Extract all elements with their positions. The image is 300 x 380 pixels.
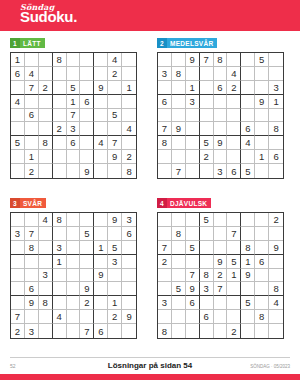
p3-cell-r2c5 bbox=[67, 227, 81, 241]
p2-cell-r1c2 bbox=[172, 53, 186, 67]
p1-cell-r6c4: 2 bbox=[53, 122, 67, 136]
sudoku-board-4: 5287758929516782195937836546882 bbox=[157, 212, 284, 339]
p1-cell-r8c2: 1 bbox=[25, 150, 39, 164]
p3-cell-r6c6: 9 bbox=[80, 282, 94, 296]
p2-cell-r6c3 bbox=[186, 122, 200, 136]
bottom-red-bar bbox=[0, 374, 300, 380]
p2-cell-r3c8 bbox=[255, 81, 269, 95]
p1-cell-r1c3 bbox=[39, 53, 53, 67]
badge-number: 4 bbox=[157, 198, 167, 208]
p1-cell-r9c3 bbox=[39, 164, 53, 178]
p1-cell-r8c8: 9 bbox=[108, 150, 122, 164]
p4-cell-r7c4 bbox=[200, 296, 214, 310]
p4-cell-r1c7 bbox=[241, 213, 255, 227]
p1-cell-r9c5 bbox=[67, 164, 81, 178]
p1-cell-r2c2: 4 bbox=[25, 67, 39, 81]
p4-cell-r3c8 bbox=[255, 241, 269, 255]
p3-cell-r5c8 bbox=[108, 269, 122, 283]
p2-cell-r4c3: 3 bbox=[186, 95, 200, 109]
p3-cell-r8c4: 4 bbox=[53, 310, 67, 324]
p1-cell-r3c9: 1 bbox=[122, 81, 136, 95]
p1-cell-r3c8 bbox=[108, 81, 122, 95]
p4-cell-r5c2 bbox=[172, 269, 186, 283]
p3-cell-r1c8: 9 bbox=[108, 213, 122, 227]
p4-cell-r6c6 bbox=[227, 282, 241, 296]
p3-cell-r3c4: 3 bbox=[53, 241, 67, 255]
p4-cell-r6c5: 7 bbox=[214, 282, 228, 296]
p3-cell-r5c6 bbox=[80, 269, 94, 283]
p3-cell-r9c2: 3 bbox=[25, 324, 39, 338]
p3-cell-r6c1 bbox=[11, 282, 25, 296]
p3-cell-r7c5 bbox=[67, 296, 81, 310]
p1-cell-r2c8: 2 bbox=[108, 67, 122, 81]
p3-cell-r9c9 bbox=[122, 324, 136, 338]
p2-cell-r2c7 bbox=[241, 67, 255, 81]
p2-cell-r5c1 bbox=[158, 109, 172, 123]
p4-cell-r5c3: 7 bbox=[186, 269, 200, 283]
p2-cell-r4c2 bbox=[172, 95, 186, 109]
p3-cell-r8c8: 2 bbox=[108, 310, 122, 324]
p2-cell-r9c9 bbox=[269, 164, 283, 178]
p2-cell-r2c3 bbox=[186, 67, 200, 81]
p4-cell-r5c6: 1 bbox=[227, 269, 241, 283]
p3-cell-r5c2 bbox=[25, 269, 39, 283]
p2-cell-r5c3 bbox=[186, 109, 200, 123]
p1-cell-r8c3 bbox=[39, 150, 53, 164]
p4-cell-r1c6 bbox=[227, 213, 241, 227]
p3-cell-r1c3: 4 bbox=[39, 213, 53, 227]
p3-cell-r8c9: 9 bbox=[122, 310, 136, 324]
p4-cell-r4c1: 2 bbox=[158, 255, 172, 269]
p2-cell-r6c6 bbox=[227, 122, 241, 136]
p3-cell-r2c8 bbox=[108, 227, 122, 241]
p4-cell-r9c3 bbox=[186, 324, 200, 338]
p2-cell-r6c4 bbox=[200, 122, 214, 136]
badge-label: MEDELSVÅR bbox=[167, 38, 218, 48]
p2-cell-r7c8 bbox=[255, 136, 269, 150]
p3-cell-r3c5 bbox=[67, 241, 81, 255]
difficulty-badge-latt: 1 LÄTT bbox=[10, 38, 45, 48]
p2-cell-r9c8 bbox=[255, 164, 269, 178]
sudoku-board-3: 489337568315133969982174292376 bbox=[10, 212, 137, 339]
p1-cell-r1c9 bbox=[122, 53, 136, 67]
p4-cell-r2c5 bbox=[214, 227, 228, 241]
p2-cell-r6c7: 6 bbox=[241, 122, 255, 136]
p1-cell-r4c6: 6 bbox=[80, 95, 94, 109]
p1-cell-r1c6 bbox=[80, 53, 94, 67]
p1-cell-r1c2 bbox=[25, 53, 39, 67]
p3-cell-r4c3 bbox=[39, 255, 53, 269]
p2-cell-r5c9 bbox=[269, 109, 283, 123]
p3-cell-r7c3: 8 bbox=[39, 296, 53, 310]
p1-cell-r2c5 bbox=[67, 67, 81, 81]
p3-cell-r1c1 bbox=[11, 213, 25, 227]
p4-cell-r4c5: 9 bbox=[214, 255, 228, 269]
p2-cell-r4c8: 9 bbox=[255, 95, 269, 109]
p2-cell-r2c4 bbox=[200, 67, 214, 81]
p4-cell-r1c2 bbox=[172, 213, 186, 227]
p1-cell-r9c6: 9 bbox=[80, 164, 94, 178]
p1-cell-r6c5: 3 bbox=[67, 122, 81, 136]
p3-cell-r8c3 bbox=[39, 310, 53, 324]
badge-label: LÄTT bbox=[20, 38, 45, 48]
p2-cell-r2c2: 8 bbox=[172, 67, 186, 81]
p3-cell-r9c8 bbox=[108, 324, 122, 338]
p1-cell-r2c9 bbox=[122, 67, 136, 81]
p4-cell-r3c9: 9 bbox=[269, 241, 283, 255]
p1-cell-r9c4 bbox=[53, 164, 67, 178]
p4-cell-r6c7 bbox=[241, 282, 255, 296]
p1-cell-r1c7 bbox=[94, 53, 108, 67]
p3-cell-r1c5 bbox=[67, 213, 81, 227]
p1-cell-r1c5 bbox=[67, 53, 81, 67]
p2-cell-r8c2 bbox=[172, 150, 186, 164]
p4-cell-r7c7: 5 bbox=[241, 296, 255, 310]
p2-cell-r8c4: 2 bbox=[200, 150, 214, 164]
p2-cell-r9c2: 7 bbox=[172, 164, 186, 178]
p3-cell-r3c8: 5 bbox=[108, 241, 122, 255]
p2-cell-r4c7 bbox=[241, 95, 255, 109]
puzzle-4-djavulsk: 4 DJÄVULSK 52877589295167821959378365468… bbox=[157, 198, 284, 347]
masthead: Söndag Sudoku. bbox=[0, 0, 300, 31]
p3-cell-r1c4: 8 bbox=[53, 213, 67, 227]
p1-cell-r7c5: 6 bbox=[67, 136, 81, 150]
p2-cell-r4c5 bbox=[214, 95, 228, 109]
p4-cell-r2c6: 7 bbox=[227, 227, 241, 241]
p1-cell-r2c7 bbox=[94, 67, 108, 81]
p1-cell-r4c2 bbox=[25, 95, 39, 109]
p1-cell-r5c3 bbox=[39, 109, 53, 123]
p2-cell-r5c5 bbox=[214, 109, 228, 123]
p3-cell-r6c5 bbox=[67, 282, 81, 296]
p1-cell-r1c8: 4 bbox=[108, 53, 122, 67]
p4-cell-r8c6 bbox=[227, 310, 241, 324]
p4-cell-r5c9 bbox=[269, 269, 283, 283]
p2-cell-r5c4 bbox=[200, 109, 214, 123]
p2-cell-r4c9: 1 bbox=[269, 95, 283, 109]
p4-cell-r7c5 bbox=[214, 296, 228, 310]
p3-cell-r7c2: 9 bbox=[25, 296, 39, 310]
p1-cell-r6c3 bbox=[39, 122, 53, 136]
p1-cell-r4c8 bbox=[108, 95, 122, 109]
p4-cell-r1c3 bbox=[186, 213, 200, 227]
p4-cell-r9c5 bbox=[214, 324, 228, 338]
p1-cell-r8c1 bbox=[11, 150, 25, 164]
p2-cell-r8c8: 1 bbox=[255, 150, 269, 164]
p2-cell-r9c5: 3 bbox=[214, 164, 228, 178]
p1-cell-r2c3 bbox=[39, 67, 53, 81]
p4-cell-r2c1 bbox=[158, 227, 172, 241]
p2-cell-r1c3: 9 bbox=[186, 53, 200, 67]
p3-cell-r8c2 bbox=[25, 310, 39, 324]
p2-cell-r6c9: 8 bbox=[269, 122, 283, 136]
p3-cell-r4c6 bbox=[80, 255, 94, 269]
p3-cell-r1c2 bbox=[25, 213, 39, 227]
p3-cell-r1c6 bbox=[80, 213, 94, 227]
p2-cell-r1c9 bbox=[269, 53, 283, 67]
p2-cell-r2c9 bbox=[269, 67, 283, 81]
p4-cell-r7c8 bbox=[255, 296, 269, 310]
p3-cell-r5c5 bbox=[67, 269, 81, 283]
p3-cell-r3c3 bbox=[39, 241, 53, 255]
p2-cell-r1c7 bbox=[241, 53, 255, 67]
p2-cell-r1c1 bbox=[158, 53, 172, 67]
p2-cell-r2c6: 4 bbox=[227, 67, 241, 81]
p1-cell-r4c3 bbox=[39, 95, 53, 109]
p1-cell-r5c2: 6 bbox=[25, 109, 39, 123]
p1-cell-r7c1: 5 bbox=[11, 136, 25, 150]
p2-cell-r5c2 bbox=[172, 109, 186, 123]
p3-cell-r9c5 bbox=[67, 324, 81, 338]
p1-cell-r3c7: 9 bbox=[94, 81, 108, 95]
p1-cell-r6c6 bbox=[80, 122, 94, 136]
badge-number: 1 bbox=[10, 38, 20, 48]
badge-label: SVÅR bbox=[20, 198, 46, 208]
p1-cell-r4c5: 1 bbox=[67, 95, 81, 109]
p4-cell-r7c6 bbox=[227, 296, 241, 310]
p1-cell-r5c1 bbox=[11, 109, 25, 123]
p1-cell-r4c4 bbox=[53, 95, 67, 109]
p4-cell-r3c3: 5 bbox=[186, 241, 200, 255]
p3-cell-r9c1: 2 bbox=[11, 324, 25, 338]
p3-cell-r3c9 bbox=[122, 241, 136, 255]
p4-cell-r8c9 bbox=[269, 310, 283, 324]
p2-cell-r4c4 bbox=[200, 95, 214, 109]
p3-cell-r3c2: 8 bbox=[25, 241, 39, 255]
p3-cell-r8c5 bbox=[67, 310, 81, 324]
p1-cell-r3c2: 7 bbox=[25, 81, 39, 95]
p1-cell-r9c8 bbox=[108, 164, 122, 178]
p2-cell-r1c6 bbox=[227, 53, 241, 67]
p3-cell-r7c8: 1 bbox=[108, 296, 122, 310]
p3-cell-r4c1 bbox=[11, 255, 25, 269]
p1-cell-r9c1 bbox=[11, 164, 25, 178]
p4-cell-r6c1 bbox=[158, 282, 172, 296]
p4-cell-r5c5: 2 bbox=[214, 269, 228, 283]
p2-cell-r5c8 bbox=[255, 109, 269, 123]
p4-cell-r2c2: 8 bbox=[172, 227, 186, 241]
p2-cell-r8c1 bbox=[158, 150, 172, 164]
p3-cell-r7c9 bbox=[122, 296, 136, 310]
p4-cell-r9c9 bbox=[269, 324, 283, 338]
p2-cell-r9c3 bbox=[186, 164, 200, 178]
p1-cell-r6c9: 4 bbox=[122, 122, 136, 136]
p4-cell-r6c3: 9 bbox=[186, 282, 200, 296]
p1-cell-r6c1 bbox=[11, 122, 25, 136]
p3-cell-r4c4: 1 bbox=[53, 255, 67, 269]
p3-cell-r9c4 bbox=[53, 324, 67, 338]
p3-cell-r6c8 bbox=[108, 282, 122, 296]
p2-cell-r4c1: 6 bbox=[158, 95, 172, 109]
p4-cell-r5c7: 9 bbox=[241, 269, 255, 283]
p1-cell-r5c4 bbox=[53, 109, 67, 123]
p4-cell-r7c1: 3 bbox=[158, 296, 172, 310]
p1-cell-r7c3: 8 bbox=[39, 136, 53, 150]
p1-cell-r7c6 bbox=[80, 136, 94, 150]
p3-cell-r2c9: 6 bbox=[122, 227, 136, 241]
badge-label: DJÄVULSK bbox=[167, 198, 211, 208]
p1-cell-r7c2 bbox=[25, 136, 39, 150]
p4-cell-r2c4 bbox=[200, 227, 214, 241]
p1-cell-r2c1: 6 bbox=[11, 67, 25, 81]
p2-cell-r9c7: 5 bbox=[241, 164, 255, 178]
p2-cell-r7c1: 8 bbox=[158, 136, 172, 150]
sudoku-board-2: 978538416236391796885942167365 bbox=[157, 52, 284, 179]
p3-cell-r9c3 bbox=[39, 324, 53, 338]
p2-cell-r7c3 bbox=[186, 136, 200, 150]
p2-cell-r8c3 bbox=[186, 150, 200, 164]
issue-info: SÖNDAG · 05/2023 bbox=[250, 364, 290, 369]
p3-cell-r4c9 bbox=[122, 255, 136, 269]
p4-cell-r3c7: 8 bbox=[241, 241, 255, 255]
p2-cell-r6c8 bbox=[255, 122, 269, 136]
p1-cell-r7c7: 4 bbox=[94, 136, 108, 150]
p4-cell-r2c3 bbox=[186, 227, 200, 241]
p2-cell-r3c7 bbox=[241, 81, 255, 95]
p2-cell-r9c1 bbox=[158, 164, 172, 178]
p2-cell-r5c7 bbox=[241, 109, 255, 123]
p2-cell-r3c2 bbox=[172, 81, 186, 95]
p3-cell-r5c7: 9 bbox=[94, 269, 108, 283]
p1-cell-r5c6 bbox=[80, 109, 94, 123]
p1-cell-r5c9 bbox=[122, 109, 136, 123]
p3-cell-r3c1 bbox=[11, 241, 25, 255]
p4-cell-r3c5 bbox=[214, 241, 228, 255]
p2-cell-r9c4 bbox=[200, 164, 214, 178]
p1-cell-r4c9 bbox=[122, 95, 136, 109]
page-number: 52 bbox=[10, 363, 50, 369]
p4-cell-r9c4 bbox=[200, 324, 214, 338]
p2-cell-r9c6: 6 bbox=[227, 164, 241, 178]
p1-cell-r2c6 bbox=[80, 67, 94, 81]
p1-cell-r4c7 bbox=[94, 95, 108, 109]
p1-cell-r9c2: 2 bbox=[25, 164, 39, 178]
p4-cell-r6c8 bbox=[255, 282, 269, 296]
p4-cell-r9c1: 8 bbox=[158, 324, 172, 338]
p4-cell-r6c2: 5 bbox=[172, 282, 186, 296]
p3-cell-r2c2: 7 bbox=[25, 227, 39, 241]
difficulty-badge-djavulsk: 4 DJÄVULSK bbox=[157, 198, 211, 208]
badge-number: 2 bbox=[157, 38, 167, 48]
p3-cell-r6c9 bbox=[122, 282, 136, 296]
p1-cell-r5c5: 7 bbox=[67, 109, 81, 123]
p3-cell-r9c7: 6 bbox=[94, 324, 108, 338]
p1-cell-r1c1: 1 bbox=[11, 53, 25, 67]
p1-cell-r7c8: 7 bbox=[108, 136, 122, 150]
p3-cell-r1c9: 3 bbox=[122, 213, 136, 227]
p4-cell-r4c2 bbox=[172, 255, 186, 269]
p4-cell-r7c9: 4 bbox=[269, 296, 283, 310]
p1-cell-r3c6 bbox=[80, 81, 94, 95]
p4-cell-r6c4: 3 bbox=[200, 282, 214, 296]
p2-cell-r6c2: 9 bbox=[172, 122, 186, 136]
p2-cell-r8c5 bbox=[214, 150, 228, 164]
p2-cell-r8c9: 6 bbox=[269, 150, 283, 164]
p3-cell-r2c7 bbox=[94, 227, 108, 241]
p2-cell-r3c3: 1 bbox=[186, 81, 200, 95]
p4-cell-r5c1 bbox=[158, 269, 172, 283]
p2-cell-r3c1 bbox=[158, 81, 172, 95]
p3-cell-r7c7 bbox=[94, 296, 108, 310]
p4-cell-r8c2 bbox=[172, 310, 186, 324]
difficulty-badge-medelsvar: 2 MEDELSVÅR bbox=[157, 38, 217, 48]
p1-cell-r7c4 bbox=[53, 136, 67, 150]
p3-cell-r7c1 bbox=[11, 296, 25, 310]
p3-cell-r8c1: 7 bbox=[11, 310, 25, 324]
p2-cell-r8c7 bbox=[241, 150, 255, 164]
p1-cell-r3c3: 2 bbox=[39, 81, 53, 95]
p4-cell-r3c6 bbox=[227, 241, 241, 255]
p3-cell-r6c2: 6 bbox=[25, 282, 39, 296]
p1-cell-r8c5 bbox=[67, 150, 81, 164]
p4-cell-r3c2 bbox=[172, 241, 186, 255]
solutions-note: Lösningar på sidan 54 bbox=[50, 361, 250, 370]
p4-cell-r8c1 bbox=[158, 310, 172, 324]
p2-cell-r2c5 bbox=[214, 67, 228, 81]
p2-cell-r3c6: 2 bbox=[227, 81, 241, 95]
difficulty-badge-svar: 3 SVÅR bbox=[10, 198, 46, 208]
p3-cell-r4c2 bbox=[25, 255, 39, 269]
p3-cell-r5c9 bbox=[122, 269, 136, 283]
p1-cell-r1c4: 8 bbox=[53, 53, 67, 67]
p2-cell-r7c6 bbox=[227, 136, 241, 150]
p3-cell-r7c6: 2 bbox=[80, 296, 94, 310]
p2-cell-r7c9 bbox=[269, 136, 283, 150]
p2-cell-r1c8: 5 bbox=[255, 53, 269, 67]
p2-cell-r7c5: 9 bbox=[214, 136, 228, 150]
p3-cell-r8c6 bbox=[80, 310, 94, 324]
p4-cell-r9c7 bbox=[241, 324, 255, 338]
p4-cell-r5c4: 8 bbox=[200, 269, 214, 283]
p1-cell-r8c7 bbox=[94, 150, 108, 164]
p4-cell-r9c6: 2 bbox=[227, 324, 241, 338]
p3-cell-r5c1 bbox=[11, 269, 25, 283]
p2-cell-r6c5 bbox=[214, 122, 228, 136]
p3-cell-r2c6: 5 bbox=[80, 227, 94, 241]
p3-cell-r5c3: 3 bbox=[39, 269, 53, 283]
p2-cell-r8c6 bbox=[227, 150, 241, 164]
puzzle-3-svar: 3 SVÅR 489337568315133969982174292376 bbox=[10, 198, 137, 347]
p1-cell-r8c4 bbox=[53, 150, 67, 164]
p4-cell-r8c3 bbox=[186, 310, 200, 324]
p3-cell-r2c4 bbox=[53, 227, 67, 241]
p1-cell-r5c8: 5 bbox=[108, 109, 122, 123]
p4-cell-r9c8 bbox=[255, 324, 269, 338]
sudoku-board-1: 1846427259141667523458647192298 bbox=[10, 52, 137, 179]
p4-cell-r1c4: 5 bbox=[200, 213, 214, 227]
badge-number: 3 bbox=[10, 198, 20, 208]
p4-cell-r1c1 bbox=[158, 213, 172, 227]
p4-cell-r4c4 bbox=[200, 255, 214, 269]
p3-cell-r2c1: 3 bbox=[11, 227, 25, 241]
p3-cell-r4c7 bbox=[94, 255, 108, 269]
p4-cell-r4c9 bbox=[269, 255, 283, 269]
p4-cell-r8c7 bbox=[241, 310, 255, 324]
p4-cell-r1c8 bbox=[255, 213, 269, 227]
p1-cell-r2c4 bbox=[53, 67, 67, 81]
p4-cell-r4c8: 6 bbox=[255, 255, 269, 269]
p4-cell-r5c8 bbox=[255, 269, 269, 283]
p3-cell-r9c6: 7 bbox=[80, 324, 94, 338]
p1-cell-r9c9: 8 bbox=[122, 164, 136, 178]
p4-cell-r6c9: 8 bbox=[269, 282, 283, 296]
p1-cell-r3c1 bbox=[11, 81, 25, 95]
p3-cell-r6c3 bbox=[39, 282, 53, 296]
p2-cell-r5c6 bbox=[227, 109, 241, 123]
p4-cell-r8c5 bbox=[214, 310, 228, 324]
p4-cell-r4c7: 1 bbox=[241, 255, 255, 269]
p1-cell-r6c2 bbox=[25, 122, 39, 136]
